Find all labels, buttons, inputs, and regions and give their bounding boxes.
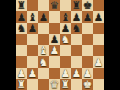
white-knight: ♞ xyxy=(38,56,49,67)
square-g4[interactable] xyxy=(82,45,93,56)
white-pawn: ♟ xyxy=(71,68,82,79)
square-d1[interactable]: ♛ xyxy=(49,79,60,90)
square-c3[interactable]: ♞ xyxy=(38,56,49,67)
white-rook: ♜ xyxy=(16,79,27,90)
black-pawn: ♟ xyxy=(49,34,60,45)
square-d3[interactable] xyxy=(49,56,60,67)
square-h7[interactable]: ♟ xyxy=(93,11,104,22)
square-e3[interactable] xyxy=(60,56,71,67)
square-h1[interactable] xyxy=(93,79,104,90)
square-e2[interactable]: ♟ xyxy=(60,68,71,79)
square-f7[interactable]: ♟ xyxy=(71,11,82,22)
black-pawn: ♟ xyxy=(27,23,38,34)
square-b4[interactable] xyxy=(27,45,38,56)
square-d4[interactable]: ♟ xyxy=(49,45,60,56)
square-g5[interactable] xyxy=(82,34,93,45)
square-b2[interactable]: ♟ xyxy=(27,68,38,79)
white-rook: ♜ xyxy=(60,79,71,90)
square-c8[interactable] xyxy=(38,0,49,11)
square-b8[interactable] xyxy=(27,0,38,11)
square-h6[interactable] xyxy=(93,23,104,34)
square-f1[interactable] xyxy=(71,79,82,90)
square-h3[interactable]: ♟ xyxy=(93,56,104,67)
square-g1[interactable]: ♚ xyxy=(82,79,93,90)
square-g7[interactable]: ♟ xyxy=(82,11,93,22)
square-d6[interactable] xyxy=(49,23,60,34)
black-bishop: ♝ xyxy=(60,11,71,22)
black-rook: ♜ xyxy=(16,0,27,11)
white-king: ♚ xyxy=(82,79,93,90)
square-f2[interactable]: ♟ xyxy=(71,68,82,79)
square-a2[interactable]: ♟ xyxy=(16,68,27,79)
black-pawn: ♟ xyxy=(93,11,104,22)
square-a5[interactable] xyxy=(16,34,27,45)
square-e6[interactable]: ♟ xyxy=(60,23,71,34)
square-g2[interactable]: ♟ xyxy=(82,68,93,79)
square-g8[interactable]: ♚ xyxy=(82,0,93,11)
square-c1[interactable] xyxy=(38,79,49,90)
white-knight: ♞ xyxy=(60,34,71,45)
square-b5[interactable] xyxy=(27,34,38,45)
white-pawn: ♟ xyxy=(27,68,38,79)
white-pawn: ♟ xyxy=(93,56,104,67)
square-d7[interactable] xyxy=(49,11,60,22)
square-a6[interactable]: ♞ xyxy=(16,23,27,34)
black-knight: ♞ xyxy=(16,23,27,34)
square-c4[interactable]: ♝ xyxy=(38,45,49,56)
square-f3[interactable] xyxy=(71,56,82,67)
square-g3[interactable] xyxy=(82,56,93,67)
white-queen: ♛ xyxy=(49,79,60,90)
square-a7[interactable]: ♟ xyxy=(16,11,27,22)
square-c2[interactable] xyxy=(38,68,49,79)
square-f8[interactable]: ♜ xyxy=(71,0,82,11)
square-f4[interactable] xyxy=(71,45,82,56)
square-f6[interactable]: ♞ xyxy=(71,23,82,34)
white-bishop: ♝ xyxy=(38,45,49,56)
square-b3[interactable] xyxy=(27,56,38,67)
square-a1[interactable]: ♜ xyxy=(16,79,27,90)
square-d5[interactable]: ♟ xyxy=(49,34,60,45)
white-pawn: ♟ xyxy=(82,68,93,79)
square-e4[interactable] xyxy=(60,45,71,56)
white-pawn: ♟ xyxy=(49,45,60,56)
chess-thumbnail: ♜♛♜♚♟♝♟♝♟♟♟♞♟♟♞♟♞♝♟♞♟♟♟♟♟♟♜♛♜♚ xyxy=(0,0,120,90)
black-pawn: ♟ xyxy=(60,23,71,34)
black-queen: ♛ xyxy=(49,0,60,11)
white-pawn: ♟ xyxy=(60,68,71,79)
square-a4[interactable] xyxy=(16,45,27,56)
letterbox-left xyxy=(0,0,16,90)
square-h8[interactable] xyxy=(93,0,104,11)
square-c5[interactable] xyxy=(38,34,49,45)
black-rook: ♜ xyxy=(71,0,82,11)
square-d8[interactable]: ♛ xyxy=(49,0,60,11)
black-pawn: ♟ xyxy=(38,11,49,22)
black-knight: ♞ xyxy=(71,23,82,34)
square-h5[interactable] xyxy=(93,34,104,45)
square-e5[interactable]: ♞ xyxy=(60,34,71,45)
chess-board: ♜♛♜♚♟♝♟♝♟♟♟♞♟♟♞♟♞♝♟♞♟♟♟♟♟♟♜♛♜♚ xyxy=(16,0,104,90)
square-e1[interactable]: ♜ xyxy=(60,79,71,90)
square-d2[interactable] xyxy=(49,68,60,79)
black-pawn: ♟ xyxy=(71,11,82,22)
square-e8[interactable] xyxy=(60,0,71,11)
square-b6[interactable]: ♟ xyxy=(27,23,38,34)
square-h2[interactable] xyxy=(93,68,104,79)
black-pawn: ♟ xyxy=(82,11,93,22)
square-g6[interactable] xyxy=(82,23,93,34)
square-c7[interactable]: ♟ xyxy=(38,11,49,22)
square-b7[interactable]: ♝ xyxy=(27,11,38,22)
letterbox-right xyxy=(104,0,120,90)
square-a8[interactable]: ♜ xyxy=(16,0,27,11)
square-f5[interactable] xyxy=(71,34,82,45)
square-a3[interactable] xyxy=(16,56,27,67)
black-pawn: ♟ xyxy=(16,11,27,22)
black-bishop: ♝ xyxy=(27,11,38,22)
square-h4[interactable] xyxy=(93,45,104,56)
square-e7[interactable]: ♝ xyxy=(60,11,71,22)
black-king: ♚ xyxy=(82,0,93,11)
white-pawn: ♟ xyxy=(16,68,27,79)
square-c6[interactable] xyxy=(38,23,49,34)
square-b1[interactable] xyxy=(27,79,38,90)
